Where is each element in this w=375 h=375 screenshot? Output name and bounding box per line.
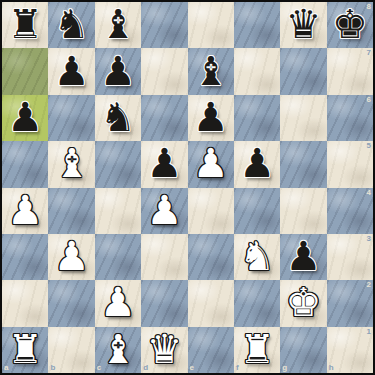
square-e4[interactable]	[188, 188, 234, 234]
piece-black-knight[interactable]: ♞	[100, 97, 136, 137]
square-c8[interactable]: ♝	[95, 2, 141, 48]
square-d1[interactable]: ♛d	[141, 327, 187, 373]
square-a2[interactable]	[2, 280, 48, 326]
square-g2[interactable]: ♚	[280, 280, 326, 326]
square-c6[interactable]: ♞	[95, 95, 141, 141]
square-e6[interactable]: ♟	[188, 95, 234, 141]
file-label-h: h	[329, 364, 334, 372]
piece-black-pawn[interactable]: ♟	[7, 97, 43, 137]
rank-label-7: 7	[367, 49, 371, 57]
rank-label-6: 6	[367, 96, 371, 104]
file-label-e: e	[190, 364, 194, 372]
square-g6[interactable]	[280, 95, 326, 141]
square-e1[interactable]: e	[188, 327, 234, 373]
square-a3[interactable]	[2, 234, 48, 280]
square-a1[interactable]: ♜a	[2, 327, 48, 373]
square-g5[interactable]	[280, 141, 326, 187]
square-a8[interactable]: ♜	[2, 2, 48, 48]
square-f2[interactable]	[234, 280, 280, 326]
square-g4[interactable]	[280, 188, 326, 234]
square-h3[interactable]: 3	[327, 234, 373, 280]
square-g1[interactable]: g	[280, 327, 326, 373]
square-h8[interactable]: ♚8	[327, 2, 373, 48]
piece-black-pawn[interactable]: ♟	[100, 51, 136, 91]
piece-white-rook[interactable]: ♜	[7, 329, 43, 369]
piece-black-bishop[interactable]: ♝	[100, 4, 136, 44]
chess-board: ♜♞♝♛♚8♟♟♝7♟♞♟6♝♟♟♟5♟♟4♟♞♟3♟♚2♜ab♝c♛de♜fg…	[0, 0, 375, 375]
square-b5[interactable]: ♝	[48, 141, 94, 187]
square-f8[interactable]	[234, 2, 280, 48]
square-h2[interactable]: 2	[327, 280, 373, 326]
square-e3[interactable]	[188, 234, 234, 280]
piece-white-pawn[interactable]: ♟	[100, 282, 136, 322]
piece-white-pawn[interactable]: ♟	[54, 236, 90, 276]
piece-white-rook[interactable]: ♜	[239, 329, 275, 369]
square-g3[interactable]: ♟	[280, 234, 326, 280]
square-e5[interactable]: ♟	[188, 141, 234, 187]
piece-white-bishop[interactable]: ♝	[54, 143, 90, 183]
piece-black-knight[interactable]: ♞	[54, 4, 90, 44]
square-h5[interactable]: 5	[327, 141, 373, 187]
piece-black-bishop[interactable]: ♝	[193, 51, 229, 91]
square-e2[interactable]	[188, 280, 234, 326]
square-h4[interactable]: 4	[327, 188, 373, 234]
square-b1[interactable]: b	[48, 327, 94, 373]
piece-white-king[interactable]: ♚	[286, 282, 322, 322]
file-label-b: b	[50, 364, 55, 372]
square-b6[interactable]	[48, 95, 94, 141]
square-c2[interactable]: ♟	[95, 280, 141, 326]
square-c3[interactable]	[95, 234, 141, 280]
square-a5[interactable]	[2, 141, 48, 187]
square-b3[interactable]: ♟	[48, 234, 94, 280]
square-a7[interactable]	[2, 48, 48, 94]
square-c7[interactable]: ♟	[95, 48, 141, 94]
piece-black-pawn[interactable]: ♟	[54, 51, 90, 91]
square-b8[interactable]: ♞	[48, 2, 94, 48]
square-a4[interactable]: ♟	[2, 188, 48, 234]
piece-white-queen[interactable]: ♛	[146, 329, 182, 369]
rank-label-3: 3	[367, 235, 371, 243]
square-c1[interactable]: ♝c	[95, 327, 141, 373]
square-d4[interactable]: ♟	[141, 188, 187, 234]
square-f4[interactable]	[234, 188, 280, 234]
square-d7[interactable]	[141, 48, 187, 94]
square-b4[interactable]	[48, 188, 94, 234]
square-h1[interactable]: 1h	[327, 327, 373, 373]
square-d6[interactable]	[141, 95, 187, 141]
square-h7[interactable]: 7	[327, 48, 373, 94]
square-d8[interactable]	[141, 2, 187, 48]
square-f5[interactable]: ♟	[234, 141, 280, 187]
square-d5[interactable]: ♟	[141, 141, 187, 187]
piece-white-bishop[interactable]: ♝	[100, 329, 136, 369]
piece-black-pawn[interactable]: ♟	[239, 143, 275, 183]
piece-black-pawn[interactable]: ♟	[146, 143, 182, 183]
square-g8[interactable]: ♛	[280, 2, 326, 48]
square-c5[interactable]	[95, 141, 141, 187]
piece-white-pawn[interactable]: ♟	[7, 190, 43, 230]
square-g7[interactable]	[280, 48, 326, 94]
piece-black-pawn[interactable]: ♟	[286, 236, 322, 276]
piece-black-pawn[interactable]: ♟	[193, 97, 229, 137]
file-label-g: g	[282, 364, 287, 372]
rank-label-4: 4	[367, 189, 371, 197]
piece-white-knight[interactable]: ♞	[239, 236, 275, 276]
square-b7[interactable]: ♟	[48, 48, 94, 94]
piece-white-pawn[interactable]: ♟	[146, 190, 182, 230]
chess-board-container: ♜♞♝♛♚8♟♟♝7♟♞♟6♝♟♟♟5♟♟4♟♞♟3♟♚2♜ab♝c♛de♜fg…	[0, 0, 375, 375]
piece-black-queen[interactable]: ♛	[286, 4, 322, 44]
square-a6[interactable]: ♟	[2, 95, 48, 141]
square-f1[interactable]: ♜f	[234, 327, 280, 373]
square-e8[interactable]	[188, 2, 234, 48]
square-f6[interactable]	[234, 95, 280, 141]
rank-label-1: 1	[367, 328, 371, 336]
square-f7[interactable]	[234, 48, 280, 94]
square-b2[interactable]	[48, 280, 94, 326]
piece-black-rook[interactable]: ♜	[7, 4, 43, 44]
square-f3[interactable]: ♞	[234, 234, 280, 280]
square-h6[interactable]: 6	[327, 95, 373, 141]
square-c4[interactable]	[95, 188, 141, 234]
square-e7[interactable]: ♝	[188, 48, 234, 94]
rank-label-2: 2	[367, 281, 371, 289]
piece-black-king[interactable]: ♚	[332, 4, 368, 44]
square-d3[interactable]	[141, 234, 187, 280]
piece-white-pawn[interactable]: ♟	[193, 143, 229, 183]
rank-label-5: 5	[367, 142, 371, 150]
square-d2[interactable]	[141, 280, 187, 326]
